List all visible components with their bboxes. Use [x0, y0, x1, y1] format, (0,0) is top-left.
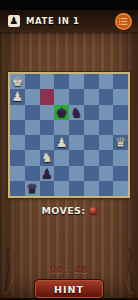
square-d6[interactable]: ♚	[54, 105, 69, 120]
square-c6[interactable]	[40, 105, 55, 120]
square-a2[interactable]	[10, 166, 25, 181]
status-bar	[0, 0, 138, 10]
square-f4[interactable]	[84, 135, 99, 150]
square-b1[interactable]: ♛	[25, 181, 40, 196]
piece-bN-e6: ♞	[71, 106, 83, 119]
square-e2[interactable]	[69, 166, 84, 181]
moves-label: MOVES:	[41, 205, 85, 216]
piece-wQ-h4: ♛	[115, 136, 127, 149]
piece-wP-d4: ♟	[56, 136, 68, 149]
square-h5[interactable]	[113, 120, 128, 135]
square-d4[interactable]: ♟	[54, 135, 69, 150]
square-a7[interactable]: ♟	[10, 89, 25, 104]
square-d2[interactable]	[54, 166, 69, 181]
square-d5[interactable]	[54, 120, 69, 135]
square-f6[interactable]	[84, 105, 99, 120]
piece-wK-a8: ♚	[12, 75, 24, 88]
square-b7[interactable]	[25, 89, 40, 104]
square-g1[interactable]	[99, 181, 114, 196]
square-c7[interactable]	[40, 89, 55, 104]
square-a4[interactable]	[10, 135, 25, 150]
square-c8[interactable]	[40, 74, 55, 89]
square-a8[interactable]: ♚	[10, 74, 25, 89]
square-b3[interactable]	[25, 150, 40, 165]
square-c2[interactable]: ♟	[40, 166, 55, 181]
square-e4[interactable]	[69, 135, 84, 150]
square-e6[interactable]: ♞	[69, 105, 84, 120]
piece-wN-c3: ♞	[41, 151, 53, 164]
hint-button-label: HINT	[54, 284, 84, 295]
square-c1[interactable]	[40, 181, 55, 196]
square-h1[interactable]	[113, 181, 128, 196]
square-g7[interactable]	[99, 89, 114, 104]
square-f5[interactable]	[84, 120, 99, 135]
square-h2[interactable]	[113, 166, 128, 181]
square-a5[interactable]	[10, 120, 25, 135]
square-g2[interactable]	[99, 166, 114, 181]
square-g4[interactable]	[99, 135, 114, 150]
square-h3[interactable]	[113, 150, 128, 165]
square-d1[interactable]	[54, 181, 69, 196]
square-h8[interactable]	[113, 74, 128, 89]
square-e1[interactable]	[69, 181, 84, 196]
hint-button[interactable]: HINT	[35, 280, 103, 298]
piece-wP-a7: ♟	[12, 90, 24, 103]
square-a1[interactable]	[10, 181, 25, 196]
square-g8[interactable]	[99, 74, 114, 89]
app-pawn-icon: ♟	[8, 15, 20, 27]
square-e3[interactable]	[69, 150, 84, 165]
piece-bP-c2: ♟	[41, 167, 53, 180]
square-b4[interactable]	[25, 135, 40, 150]
square-c5[interactable]	[40, 120, 55, 135]
header-bar: ♟ MATE IN 1	[0, 10, 138, 32]
square-e8[interactable]	[69, 74, 84, 89]
square-g6[interactable]	[99, 105, 114, 120]
square-h7[interactable]	[113, 89, 128, 104]
square-d3[interactable]	[54, 150, 69, 165]
square-b8[interactable]	[25, 74, 40, 89]
square-d7[interactable]	[54, 89, 69, 104]
square-b6[interactable]	[25, 105, 40, 120]
square-b2[interactable]	[25, 166, 40, 181]
square-a6[interactable]	[10, 105, 25, 120]
timer-display: 00 : 48	[0, 265, 138, 275]
square-e7[interactable]	[69, 89, 84, 104]
chess-board: ♚♟♚♞♟♛♞♟♛	[8, 72, 130, 198]
menu-button[interactable]	[115, 13, 132, 30]
square-a3[interactable]	[10, 150, 25, 165]
page-title: MATE IN 1	[26, 16, 115, 26]
square-e5[interactable]	[69, 120, 84, 135]
piece-bK-d6: ♚	[56, 106, 68, 119]
square-d8[interactable]	[54, 74, 69, 89]
piece-bQ-b1: ♛	[26, 182, 38, 195]
moves-row: MOVES:	[0, 203, 138, 217]
square-h4[interactable]: ♛	[113, 135, 128, 150]
square-g5[interactable]	[99, 120, 114, 135]
square-b5[interactable]	[25, 120, 40, 135]
square-c3[interactable]: ♞	[40, 150, 55, 165]
square-f1[interactable]	[84, 181, 99, 196]
square-f7[interactable]	[84, 89, 99, 104]
square-g3[interactable]	[99, 150, 114, 165]
square-f3[interactable]	[84, 150, 99, 165]
square-f2[interactable]	[84, 166, 99, 181]
square-h6[interactable]	[113, 105, 128, 120]
square-c4[interactable]	[40, 135, 55, 150]
turn-indicator-icon	[90, 207, 97, 214]
square-f8[interactable]	[84, 74, 99, 89]
